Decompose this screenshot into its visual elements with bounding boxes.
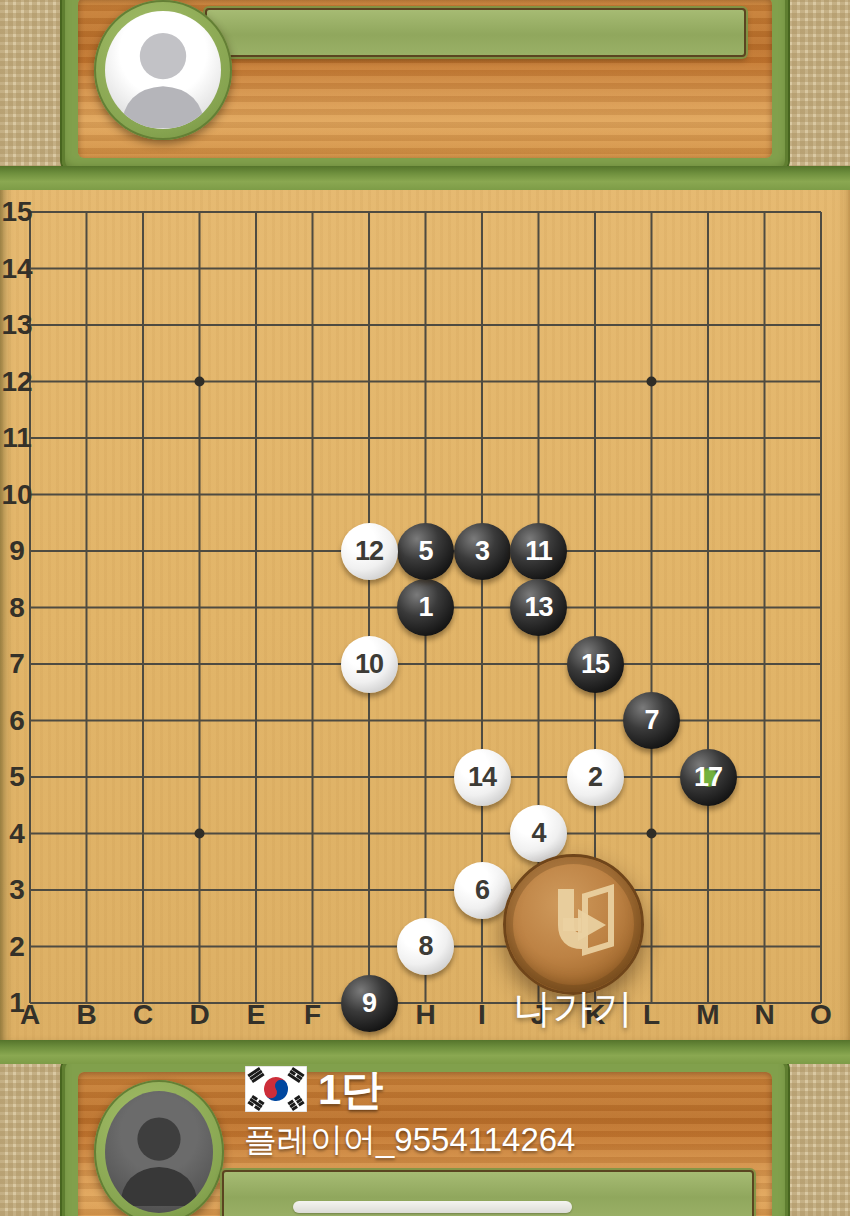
stone-2-K5: 2 [567,749,624,806]
col-label-E: E [239,999,273,1031]
stone-10-G7: 10 [341,636,398,693]
stone-9-G1: 9 [341,975,398,1032]
top-divider-band [0,166,850,190]
stone-3-I9: 3 [454,523,511,580]
col-label-D: D [183,999,217,1031]
row-label-4: 4 [0,818,34,850]
stone-7-L6: 7 [623,692,680,749]
col-label-F: F [296,999,330,1031]
row-label-15: 15 [0,196,34,228]
col-label-M: M [691,999,725,1031]
exit-button[interactable] [503,854,644,995]
omok-board[interactable]: 151413121110987654321ABCDEFGHIJKLMNO 123… [0,170,850,1042]
row-label-5: 5 [0,761,34,793]
row-label-3: 3 [0,874,34,906]
stone-17-M5: 17 [680,749,737,806]
row-label-11: 11 [0,422,34,454]
stone-13-J8: 13 [510,579,567,636]
stone-11-J9: 11 [510,523,567,580]
timer-fill [293,1201,573,1213]
col-label-H: H [409,999,443,1031]
exit-door-arrow-icon [530,881,618,969]
exit-button-label[interactable]: 나가기 [453,981,693,1036]
row-label-14: 14 [0,253,34,285]
row-label-8: 8 [0,592,34,624]
stone-12-G9: 12 [341,523,398,580]
omok-game-screen: 151413121110987654321ABCDEFGHIJKLMNO 123… [0,0,850,1216]
row-label-12: 12 [0,366,34,398]
stone-6-I3: 6 [454,862,511,919]
player-name: 플레이어_9554114264 [244,1118,575,1163]
row-label-10: 10 [0,479,34,511]
stone-1-H8: 1 [397,579,454,636]
row-label-6: 6 [0,705,34,737]
player-timer-bar [222,1170,754,1216]
person-icon [105,1091,213,1213]
person-icon [105,11,221,129]
stone-4-J4: 4 [510,805,567,862]
stone-8-H2: 8 [397,918,454,975]
player-rank: 1단 [318,1062,383,1118]
opponent-name-bar [205,8,746,57]
stone-15-K7: 15 [567,636,624,693]
col-label-B: B [70,999,104,1031]
player-avatar [94,1080,224,1216]
stone-5-H9: 5 [397,523,454,580]
korea-flag-icon [245,1066,307,1112]
row-label-9: 9 [0,535,34,567]
opponent-avatar [94,0,232,140]
row-label-13: 13 [0,309,34,341]
col-label-N: N [748,999,782,1031]
row-label-7: 7 [0,648,34,680]
stone-14-I5: 14 [454,749,511,806]
bottom-divider-band [0,1040,850,1064]
col-label-C: C [126,999,160,1031]
col-label-O: O [804,999,838,1031]
row-label-2: 2 [0,931,34,963]
col-label-A: A [13,999,47,1031]
